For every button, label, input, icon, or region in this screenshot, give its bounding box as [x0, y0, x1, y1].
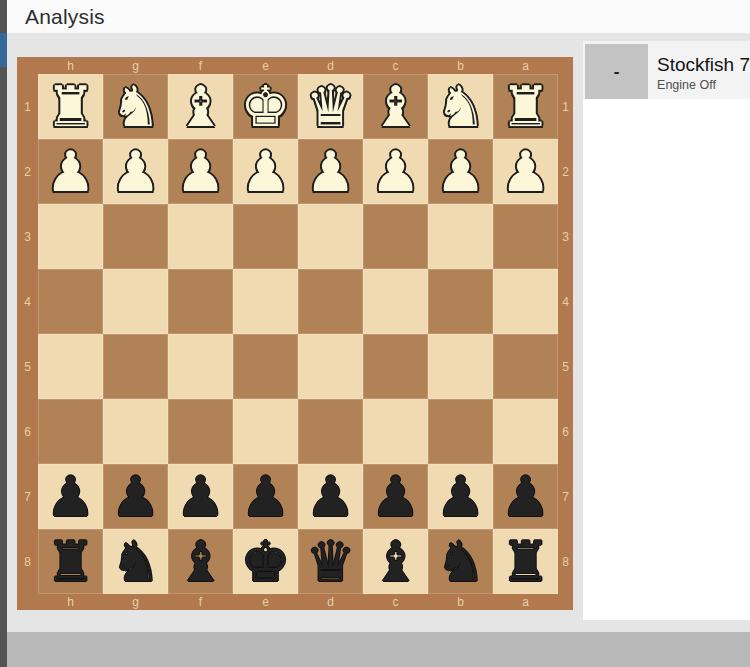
white-pawn: ♟: [370, 144, 420, 200]
black-rook: ♜: [45, 534, 95, 590]
white-bishop: ♝: [175, 79, 225, 135]
white-pawn: ♟: [175, 144, 225, 200]
rank-label-6: 6: [558, 399, 573, 464]
file-label-h: h: [38, 594, 103, 610]
white-pawn: ♟: [240, 144, 290, 200]
square-h6[interactable]: [38, 399, 103, 464]
square-d5[interactable]: [298, 334, 363, 399]
square-b5[interactable]: [428, 334, 493, 399]
square-h7[interactable]: ♟: [38, 464, 103, 529]
square-f8[interactable]: ♝: [168, 529, 233, 594]
white-pawn: ♟: [435, 144, 485, 200]
engine-name: Stockfish 7: [657, 54, 750, 76]
board-corner-top-left: [17, 57, 38, 74]
square-b3[interactable]: [428, 204, 493, 269]
square-c7[interactable]: ♟: [363, 464, 428, 529]
square-a2[interactable]: ♟: [493, 139, 558, 204]
file-label-f: f: [168, 57, 233, 74]
file-label-c: c: [363, 594, 428, 610]
black-pawn: ♟: [110, 469, 160, 525]
rank-label-5: 5: [558, 334, 573, 399]
square-g6[interactable]: [103, 399, 168, 464]
rank-label-6: 6: [17, 399, 38, 464]
file-labels-bottom: hgfedcba: [38, 594, 558, 610]
square-f1[interactable]: ♝: [168, 74, 233, 139]
square-a4[interactable]: [493, 269, 558, 334]
white-knight: ♞: [110, 79, 160, 135]
rank-label-1: 1: [558, 74, 573, 139]
engine-header: - Stockfish 7 Engine Off: [583, 41, 750, 99]
white-pawn: ♟: [110, 144, 160, 200]
white-king: ♚: [240, 79, 290, 135]
square-e6[interactable]: [233, 399, 298, 464]
black-pawn: ♟: [435, 469, 485, 525]
square-e4[interactable]: [233, 269, 298, 334]
file-label-h: h: [38, 57, 103, 74]
file-label-g: g: [103, 57, 168, 74]
square-h2[interactable]: ♟: [38, 139, 103, 204]
square-e3[interactable]: [233, 204, 298, 269]
square-e2[interactable]: ♟: [233, 139, 298, 204]
square-g3[interactable]: [103, 204, 168, 269]
black-king: ♚: [240, 534, 290, 590]
rank-labels-right: 12345678: [558, 74, 573, 594]
black-pawn: ♟: [175, 469, 225, 525]
white-knight: ♞: [435, 79, 485, 135]
square-a3[interactable]: [493, 204, 558, 269]
rank-label-2: 2: [558, 139, 573, 204]
analysis-screen: Analysis hgfedcba 12345678 ♜♞♝♚♛♝♞♜♟♟♟♟♟…: [0, 0, 750, 667]
title-bar: Analysis: [7, 0, 750, 33]
left-nav-strip[interactable]: [0, 0, 7, 667]
page-title: Analysis: [25, 5, 105, 29]
engine-output-area: [583, 99, 750, 620]
engine-eval-button[interactable]: -: [585, 44, 648, 99]
rank-label-1: 1: [17, 74, 38, 139]
square-g1[interactable]: ♞: [103, 74, 168, 139]
white-pawn: ♟: [500, 144, 550, 200]
file-label-c: c: [363, 57, 428, 74]
board-corner-bottom-left: [17, 594, 38, 610]
rank-label-7: 7: [558, 464, 573, 529]
white-pawn: ♟: [45, 144, 95, 200]
file-label-d: d: [298, 57, 363, 74]
white-bishop: ♝: [370, 79, 420, 135]
square-d3[interactable]: [298, 204, 363, 269]
square-f5[interactable]: [168, 334, 233, 399]
rank-label-3: 3: [17, 204, 38, 269]
square-a5[interactable]: [493, 334, 558, 399]
file-label-e: e: [233, 57, 298, 74]
rank-label-4: 4: [558, 269, 573, 334]
square-f6[interactable]: [168, 399, 233, 464]
file-label-b: b: [428, 594, 493, 610]
square-g4[interactable]: [103, 269, 168, 334]
square-c3[interactable]: [363, 204, 428, 269]
square-b6[interactable]: [428, 399, 493, 464]
square-c2[interactable]: ♟: [363, 139, 428, 204]
engine-info: Stockfish 7 Engine Off: [648, 41, 750, 99]
black-pawn: ♟: [240, 469, 290, 525]
square-h5[interactable]: [38, 334, 103, 399]
white-rook: ♜: [45, 79, 95, 135]
square-g8[interactable]: ♞: [103, 529, 168, 594]
black-knight: ♞: [110, 534, 160, 590]
rank-label-3: 3: [558, 204, 573, 269]
square-d4[interactable]: [298, 269, 363, 334]
file-label-f: f: [168, 594, 233, 610]
chess-board: hgfedcba 12345678 ♜♞♝♚♛♝♞♜♟♟♟♟♟♟♟♟♟♟♟♟♟♟…: [17, 57, 573, 610]
rank-label-4: 4: [17, 269, 38, 334]
rank-label-2: 2: [17, 139, 38, 204]
square-d6[interactable]: [298, 399, 363, 464]
square-f4[interactable]: [168, 269, 233, 334]
square-d7[interactable]: ♟: [298, 464, 363, 529]
engine-panel: - Stockfish 7 Engine Off: [583, 41, 750, 620]
rank-label-5: 5: [17, 334, 38, 399]
file-label-a: a: [493, 57, 558, 74]
black-knight: ♞: [435, 534, 485, 590]
square-g2[interactable]: ♟: [103, 139, 168, 204]
black-pawn: ♟: [305, 469, 355, 525]
rank-label-8: 8: [558, 529, 573, 594]
square-b7[interactable]: ♟: [428, 464, 493, 529]
white-queen: ♛: [305, 79, 355, 135]
white-pawn: ♟: [305, 144, 355, 200]
square-a8[interactable]: ♜: [493, 529, 558, 594]
square-b8[interactable]: ♞: [428, 529, 493, 594]
black-bishop: ♝: [175, 534, 225, 590]
square-e1[interactable]: ♚: [233, 74, 298, 139]
square-f3[interactable]: [168, 204, 233, 269]
square-d2[interactable]: ♟: [298, 139, 363, 204]
square-a6[interactable]: [493, 399, 558, 464]
black-pawn: ♟: [45, 469, 95, 525]
white-rook: ♜: [500, 79, 550, 135]
black-queen: ♛: [305, 534, 355, 590]
board-squares: ♜♞♝♚♛♝♞♜♟♟♟♟♟♟♟♟♟♟♟♟♟♟♟♟♜♞♝♚♛♝♞♜: [38, 74, 558, 594]
file-label-g: g: [103, 594, 168, 610]
square-c8[interactable]: ♝: [363, 529, 428, 594]
square-f2[interactable]: ♟: [168, 139, 233, 204]
file-label-b: b: [428, 57, 493, 74]
square-e8[interactable]: ♚: [233, 529, 298, 594]
square-h1[interactable]: ♜: [38, 74, 103, 139]
engine-status: Engine Off: [657, 78, 750, 92]
square-b2[interactable]: ♟: [428, 139, 493, 204]
square-b4[interactable]: [428, 269, 493, 334]
square-g7[interactable]: ♟: [103, 464, 168, 529]
square-c5[interactable]: [363, 334, 428, 399]
square-h3[interactable]: [38, 204, 103, 269]
black-rook: ♜: [500, 534, 550, 590]
rank-label-7: 7: [17, 464, 38, 529]
file-labels-top: hgfedcba: [38, 57, 558, 74]
square-h4[interactable]: [38, 269, 103, 334]
square-a1[interactable]: ♜: [493, 74, 558, 139]
board-corner-bottom-right: [558, 594, 573, 610]
black-pawn: ♟: [500, 469, 550, 525]
board-corner-top-right: [558, 57, 573, 74]
file-label-d: d: [298, 594, 363, 610]
file-label-e: e: [233, 594, 298, 610]
square-e7[interactable]: ♟: [233, 464, 298, 529]
nav-accent-indicator: [0, 33, 7, 67]
rank-label-8: 8: [17, 529, 38, 594]
square-c1[interactable]: ♝: [363, 74, 428, 139]
square-d1[interactable]: ♛: [298, 74, 363, 139]
file-label-a: a: [493, 594, 558, 610]
square-c6[interactable]: [363, 399, 428, 464]
square-b1[interactable]: ♞: [428, 74, 493, 139]
rank-labels-left: 12345678: [17, 74, 38, 594]
square-f7[interactable]: ♟: [168, 464, 233, 529]
square-e5[interactable]: [233, 334, 298, 399]
square-h8[interactable]: ♜: [38, 529, 103, 594]
square-g5[interactable]: [103, 334, 168, 399]
bottom-bar: [7, 632, 750, 667]
square-a7[interactable]: ♟: [493, 464, 558, 529]
black-pawn: ♟: [370, 469, 420, 525]
square-d8[interactable]: ♛: [298, 529, 363, 594]
square-c4[interactable]: [363, 269, 428, 334]
black-bishop: ♝: [370, 534, 420, 590]
